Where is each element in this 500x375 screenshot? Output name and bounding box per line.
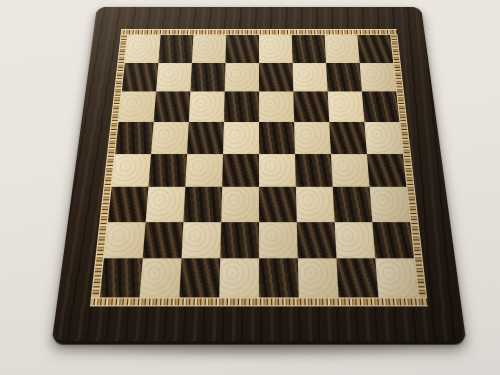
square-a7	[122, 63, 159, 92]
square-f6	[293, 92, 329, 122]
square-f5	[294, 122, 331, 154]
square-g1	[337, 259, 379, 298]
square-e6	[259, 92, 294, 122]
square-a5	[115, 122, 154, 154]
square-a3	[108, 187, 149, 222]
square-h1	[375, 259, 418, 298]
square-e2	[259, 222, 298, 259]
square-d8	[225, 35, 259, 63]
square-b8	[158, 35, 193, 63]
square-g3	[333, 187, 373, 222]
square-d7	[225, 63, 259, 92]
square-a6	[119, 92, 157, 122]
square-h8	[357, 35, 393, 63]
square-g8	[325, 35, 360, 63]
square-d4	[222, 154, 259, 187]
square-c8	[192, 35, 226, 63]
square-d2	[220, 222, 259, 259]
square-h7	[360, 63, 397, 92]
square-a4	[112, 154, 152, 187]
square-d6	[224, 92, 259, 122]
square-c7	[190, 63, 225, 92]
square-h3	[370, 187, 411, 222]
square-f3	[296, 187, 335, 222]
square-h6	[362, 92, 400, 122]
square-b7	[156, 63, 192, 92]
chessboard-wrap	[51, 7, 466, 345]
square-c4	[185, 154, 223, 187]
square-d3	[221, 187, 259, 222]
square-g4	[331, 154, 370, 187]
square-b1	[140, 259, 182, 298]
square-e7	[259, 63, 293, 92]
square-c6	[189, 92, 225, 122]
chessboard	[51, 7, 466, 345]
square-c3	[183, 187, 222, 222]
square-h2	[372, 222, 414, 259]
square-a2	[104, 222, 146, 259]
square-a1	[100, 259, 143, 298]
square-a8	[125, 35, 161, 63]
board-field	[100, 35, 418, 297]
square-g2	[335, 222, 376, 259]
square-b2	[143, 222, 184, 259]
square-e3	[259, 187, 297, 222]
square-g6	[328, 92, 365, 122]
square-c5	[187, 122, 224, 154]
square-f7	[293, 63, 328, 92]
square-b4	[148, 154, 187, 187]
square-b5	[151, 122, 189, 154]
photo-scene	[0, 0, 500, 375]
square-b6	[154, 92, 191, 122]
square-b3	[146, 187, 186, 222]
square-c1	[179, 259, 220, 298]
square-h4	[367, 154, 407, 187]
square-g5	[329, 122, 367, 154]
square-d1	[219, 259, 259, 298]
square-f8	[292, 35, 326, 63]
square-e8	[259, 35, 293, 63]
square-e4	[259, 154, 296, 187]
square-d5	[223, 122, 259, 154]
square-f2	[297, 222, 337, 259]
square-g7	[326, 63, 362, 92]
square-f1	[298, 259, 339, 298]
inlay-border-bottom	[90, 297, 428, 306]
square-e5	[259, 122, 295, 154]
square-h5	[364, 122, 403, 154]
square-e1	[259, 259, 299, 298]
square-f4	[295, 154, 333, 187]
square-c2	[181, 222, 221, 259]
